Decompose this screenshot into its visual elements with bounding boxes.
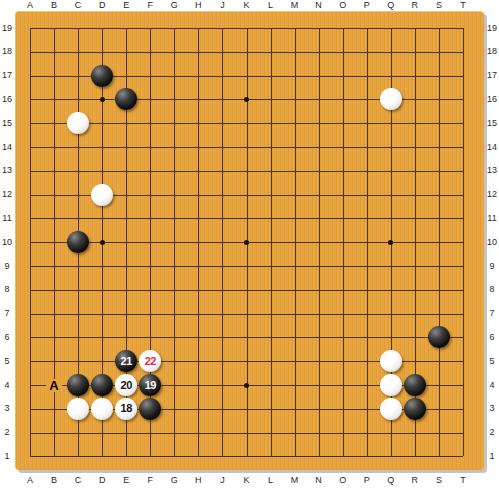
coordinate-label-top: P — [359, 0, 375, 11]
stone-black-r4 — [404, 374, 426, 396]
coordinate-label-bottom: A — [22, 475, 38, 486]
coordinate-label-right: 13 — [485, 165, 499, 176]
coordinate-label-right: 8 — [485, 284, 499, 295]
page: AABBCCDDEEFFGGHHJJKKLLMMNNOOPPQQRRSSTT19… — [0, 0, 499, 489]
star-point — [100, 97, 105, 102]
grid-line — [30, 314, 463, 315]
board-marker-a: A — [46, 379, 62, 392]
stone-white-e3: 18 — [115, 398, 137, 420]
coordinate-label-bottom: G — [166, 475, 182, 486]
coordinate-label-right: 16 — [485, 94, 499, 105]
coordinate-label-bottom: H — [190, 475, 206, 486]
star-point — [244, 383, 249, 388]
coordinate-label-bottom: D — [94, 475, 110, 486]
coordinate-label-bottom: K — [239, 475, 255, 486]
coordinate-label-left: 6 — [0, 332, 14, 343]
stone-black-f3 — [139, 398, 161, 420]
coordinate-label-top: B — [46, 0, 62, 11]
stone-white-d12 — [91, 184, 113, 206]
coordinate-label-bottom: J — [214, 475, 230, 486]
stone-white-q5 — [380, 350, 402, 372]
grid-line — [463, 28, 464, 456]
coordinate-label-right: 10 — [485, 237, 499, 248]
stone-black-r3 — [404, 398, 426, 420]
coordinate-label-bottom: S — [431, 475, 447, 486]
coordinate-label-top: H — [190, 0, 206, 11]
coordinate-label-top: G — [166, 0, 182, 11]
coordinate-label-bottom: T — [455, 475, 471, 486]
coordinate-label-left: 10 — [0, 237, 14, 248]
coordinate-label-top: F — [142, 0, 158, 11]
grid-line — [271, 28, 272, 456]
coordinate-label-right: 17 — [485, 70, 499, 81]
star-point — [388, 240, 393, 245]
move-number: 20 — [121, 380, 132, 391]
grid-line — [30, 337, 463, 338]
coordinate-label-bottom: B — [46, 475, 62, 486]
grid-line — [30, 290, 463, 291]
coordinate-label-top: A — [22, 0, 38, 11]
coordinate-label-top: L — [263, 0, 279, 11]
coordinate-label-right: 11 — [485, 213, 499, 224]
move-number: 22 — [145, 356, 156, 367]
coordinate-label-top: C — [70, 0, 86, 11]
grid-line — [343, 28, 344, 456]
coordinate-label-left: 19 — [0, 23, 14, 34]
coordinate-label-bottom: F — [142, 475, 158, 486]
coordinate-label-left: 9 — [0, 261, 14, 272]
coordinate-label-left: 1 — [0, 451, 14, 462]
coordinate-label-right: 3 — [485, 403, 499, 414]
coordinate-label-top: O — [335, 0, 351, 11]
coordinate-label-bottom: C — [70, 475, 86, 486]
coordinate-label-right: 2 — [485, 427, 499, 438]
coordinate-label-top: D — [94, 0, 110, 11]
stone-black-d17 — [91, 65, 113, 87]
coordinate-label-bottom: E — [118, 475, 134, 486]
grid-line — [30, 433, 463, 434]
coordinate-label-right: 7 — [485, 308, 499, 319]
coordinate-label-top: R — [407, 0, 423, 11]
coordinate-label-left: 13 — [0, 165, 14, 176]
coordinate-label-top: N — [311, 0, 327, 11]
coordinate-label-right: 14 — [485, 142, 499, 153]
coordinate-label-top: K — [239, 0, 255, 11]
coordinate-label-bottom: Q — [383, 475, 399, 486]
stone-white-q3 — [380, 398, 402, 420]
coordinate-label-bottom: L — [263, 475, 279, 486]
move-number: 19 — [145, 380, 156, 391]
coordinate-label-top: T — [455, 0, 471, 11]
coordinate-label-right: 18 — [485, 46, 499, 57]
star-point — [244, 240, 249, 245]
coordinate-label-right: 15 — [485, 118, 499, 129]
coordinate-label-right: 1 — [485, 451, 499, 462]
grid-line — [30, 266, 463, 267]
coordinate-label-top: S — [431, 0, 447, 11]
coordinate-label-left: 12 — [0, 189, 14, 200]
coordinate-label-left: 3 — [0, 403, 14, 414]
star-point — [100, 240, 105, 245]
coordinate-label-left: 7 — [0, 308, 14, 319]
coordinate-label-bottom: N — [311, 475, 327, 486]
coordinate-label-right: 12 — [485, 189, 499, 200]
coordinate-label-left: 8 — [0, 284, 14, 295]
grid-line — [367, 28, 368, 456]
coordinate-label-left: 14 — [0, 142, 14, 153]
coordinate-label-top: M — [287, 0, 303, 11]
grid-line — [319, 28, 320, 456]
coordinate-label-left: 15 — [0, 118, 14, 129]
coordinate-label-bottom: R — [407, 475, 423, 486]
move-number: 18 — [121, 403, 132, 414]
coordinate-label-left: 18 — [0, 46, 14, 57]
coordinate-label-top: E — [118, 0, 134, 11]
stone-white-c3 — [67, 398, 89, 420]
grid-line — [295, 28, 296, 456]
coordinate-label-left: 4 — [0, 380, 14, 391]
coordinate-label-left: 17 — [0, 70, 14, 81]
coordinate-label-right: 4 — [485, 380, 499, 391]
stone-white-q4 — [380, 374, 402, 396]
stone-white-d3 — [91, 398, 113, 420]
coordinate-label-left: 5 — [0, 356, 14, 367]
coordinate-label-bottom: P — [359, 475, 375, 486]
star-point — [244, 97, 249, 102]
coordinate-label-bottom: O — [335, 475, 351, 486]
grid-line — [30, 456, 463, 457]
coordinate-label-right: 9 — [485, 261, 499, 272]
coordinate-label-top: Q — [383, 0, 399, 11]
coordinate-label-right: 6 — [485, 332, 499, 343]
coordinate-label-left: 16 — [0, 94, 14, 105]
grid-line — [439, 28, 440, 456]
move-number: 21 — [121, 356, 132, 367]
coordinate-label-right: 19 — [485, 23, 499, 34]
coordinate-label-right: 5 — [485, 356, 499, 367]
coordinate-label-left: 11 — [0, 213, 14, 224]
coordinate-label-top: J — [214, 0, 230, 11]
coordinate-label-bottom: M — [287, 475, 303, 486]
stone-black-c4 — [67, 374, 89, 396]
coordinate-label-left: 2 — [0, 427, 14, 438]
